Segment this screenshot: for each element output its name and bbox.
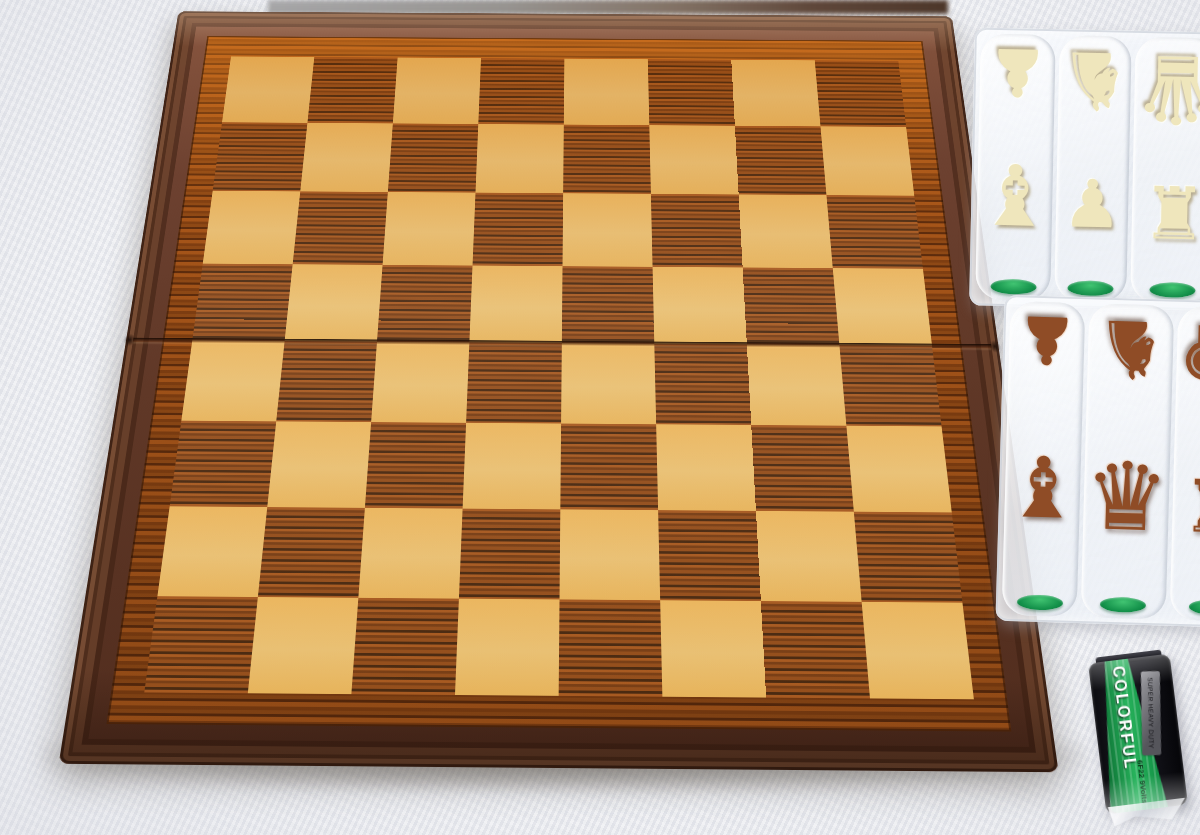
square-b3	[267, 421, 371, 507]
brown-king-piece: ♚	[1175, 310, 1200, 406]
brown-knight-piece: ♞	[1094, 307, 1168, 389]
square-e5	[562, 266, 654, 343]
square-g2	[756, 511, 862, 602]
brown-rook-piece: ♜	[1181, 469, 1200, 543]
square-f3	[656, 424, 756, 510]
square-d1	[455, 599, 560, 696]
square-f8	[648, 59, 735, 125]
square-d7	[475, 124, 563, 194]
square-b2	[258, 507, 365, 598]
square-d5	[469, 265, 562, 342]
square-b8	[307, 57, 397, 123]
square-g1	[761, 601, 870, 698]
brown-pawn-piece: ♟	[1017, 305, 1078, 373]
square-b1	[248, 597, 359, 694]
white-tray-columns: ♟♝♞♟♛♜♜♚	[975, 34, 1200, 305]
white-queen-piece: ♛	[1134, 41, 1200, 137]
white-pieces-tray: ♟♝♞♟♛♜♜♚	[969, 27, 1200, 310]
square-a2	[157, 506, 267, 597]
green-felt-base	[1016, 594, 1062, 610]
square-a3	[170, 421, 277, 507]
square-f4	[654, 343, 751, 425]
chess-board	[59, 11, 1059, 772]
square-b5	[285, 264, 383, 341]
square-c3	[365, 422, 466, 508]
white-tray-column: ♛♜	[1130, 37, 1200, 305]
square-g5	[743, 267, 840, 344]
square-f6	[651, 194, 743, 267]
white-pawn-piece: ♟	[987, 38, 1048, 105]
photo-backdrop-cloth: ♟♝♞♟♛♜♜♚ ♟♝♞♛♚♜ COLORFUL SUPER HEAVY DUT…	[0, 0, 1200, 835]
square-c8	[393, 58, 481, 124]
square-a5	[192, 264, 292, 341]
white-tray-column: ♟♝	[975, 34, 1056, 302]
brown-pieces-tray: ♟♝♞♛♚♜	[995, 295, 1200, 627]
green-felt-base	[1150, 282, 1196, 298]
square-a8	[222, 56, 314, 122]
square-c1	[351, 598, 459, 695]
square-h5	[833, 268, 932, 345]
brown-tray-column: ♟♝	[1002, 301, 1086, 617]
square-h8	[815, 60, 906, 126]
white-knight-piece: ♞	[1058, 39, 1131, 120]
square-h3	[846, 426, 951, 512]
square-c6	[383, 192, 476, 265]
square-c4	[371, 341, 469, 423]
brown-queen-piece: ♛	[1083, 449, 1170, 545]
square-d8	[478, 58, 564, 124]
square-f1	[660, 601, 766, 698]
battery-sticker-label: SUPER HEAVY DUTY	[1141, 671, 1161, 755]
hinge-seam-right	[989, 340, 1001, 352]
brown-bishop-piece: ♝	[1004, 445, 1082, 531]
white-rook-piece: ♜	[1141, 176, 1200, 249]
chess-board-squares	[144, 56, 974, 699]
square-b6	[293, 192, 388, 265]
square-h6	[826, 195, 922, 268]
square-f5	[653, 267, 747, 344]
square-e6	[563, 193, 653, 266]
9v-battery: COLORFUL SUPER HEAVY DUTY 6F22 9Volts	[1088, 654, 1188, 815]
hinge-seam-left	[124, 334, 136, 346]
white-pawn-piece: ♟	[1062, 171, 1123, 238]
white-bishop-piece: ♝	[977, 153, 1054, 239]
green-felt-base	[990, 279, 1036, 295]
square-h1	[862, 602, 974, 699]
square-a7	[213, 122, 308, 192]
brown-tray-column: ♞♛	[1081, 303, 1174, 619]
square-g7	[735, 126, 827, 196]
square-d3	[463, 423, 562, 509]
square-c2	[358, 508, 462, 599]
square-d6	[473, 193, 564, 266]
square-b4	[276, 341, 377, 423]
square-h2	[854, 511, 963, 603]
brown-tray-column: ♚♜	[1169, 306, 1200, 622]
square-e3	[560, 424, 658, 510]
square-a4	[181, 340, 284, 421]
square-g3	[751, 425, 854, 511]
square-e2	[560, 509, 661, 600]
square-c5	[377, 265, 473, 342]
green-felt-base	[1100, 597, 1146, 613]
square-a1	[144, 597, 258, 694]
brown-tray-columns: ♟♝♞♛♚♜	[1002, 301, 1200, 621]
square-e7	[563, 124, 651, 194]
square-h7	[820, 126, 914, 196]
white-tray-column: ♞♟	[1055, 35, 1132, 302]
square-c7	[388, 123, 478, 193]
square-b7	[300, 123, 393, 193]
square-g6	[739, 195, 833, 268]
square-h4	[839, 345, 941, 427]
square-f7	[649, 125, 738, 195]
square-e4	[561, 343, 656, 425]
square-d2	[459, 508, 560, 599]
green-felt-base	[1068, 280, 1114, 296]
square-d4	[466, 342, 562, 424]
square-g8	[731, 60, 820, 126]
square-e1	[559, 600, 663, 697]
square-e8	[564, 59, 650, 125]
square-a6	[203, 191, 300, 264]
square-f2	[658, 510, 761, 601]
green-felt-base	[1188, 599, 1200, 615]
square-g4	[747, 344, 847, 426]
